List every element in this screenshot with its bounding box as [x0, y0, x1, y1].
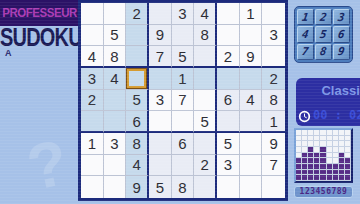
keypad-button-3[interactable]: 3: [333, 9, 350, 25]
cell-r1c1[interactable]: [81, 3, 104, 25]
cell-r7c9[interactable]: 9: [262, 133, 285, 155]
cell-r3c1[interactable]: 4: [81, 46, 104, 68]
cell-r9c1[interactable]: [81, 176, 104, 198]
cell-r6c3[interactable]: 6: [126, 111, 149, 133]
cell-r5c8[interactable]: 4: [240, 90, 263, 112]
cell-r2c8[interactable]: [240, 25, 263, 47]
digit-histogram: [294, 128, 353, 183]
cell-r6c6[interactable]: 5: [194, 111, 217, 133]
cell-r5c7[interactable]: 6: [217, 90, 240, 112]
cell-r2c2[interactable]: 5: [104, 25, 127, 47]
cell-r9c2[interactable]: [104, 176, 127, 198]
cell-r3c6[interactable]: [194, 46, 217, 68]
cell-r6c2[interactable]: [104, 111, 127, 133]
cell-r5c4[interactable]: 3: [149, 90, 172, 112]
cell-r7c8[interactable]: [240, 133, 263, 155]
cell-r2c1[interactable]: [81, 25, 104, 47]
cell-r6c5[interactable]: [172, 111, 195, 133]
keypad-digit: 2: [319, 11, 327, 24]
cell-r1c5[interactable]: 3: [172, 3, 195, 25]
cell-r2c4[interactable]: 9: [149, 25, 172, 47]
mode-label: Classic: [321, 83, 360, 98]
cell-r4c3[interactable]: [126, 68, 149, 90]
cell-r3c2[interactable]: 8: [104, 46, 127, 68]
cell-r9c9[interactable]: [262, 176, 285, 198]
cell-r3c7[interactable]: 2: [217, 46, 240, 68]
cell-r6c7[interactable]: [217, 111, 240, 133]
keypad-digit: 9: [337, 45, 345, 58]
cell-r9c6[interactable]: [194, 176, 217, 198]
keypad-digit: 8: [319, 45, 327, 58]
cell-r5c6[interactable]: [194, 90, 217, 112]
keypad-digit: 5: [319, 28, 327, 41]
cell-r9c4[interactable]: 5: [149, 176, 172, 198]
keypad-button-9[interactable]: 9: [333, 44, 350, 60]
cell-r1c9[interactable]: [262, 3, 285, 25]
keypad-button-1[interactable]: 1: [297, 9, 314, 25]
cell-r4c2[interactable]: 4: [104, 68, 127, 90]
cell-r1c3[interactable]: 2: [126, 3, 149, 25]
keypad-digit: 6: [337, 28, 345, 41]
cell-r8c4[interactable]: [149, 155, 172, 177]
keypad-digit: 4: [301, 28, 309, 41]
sudoku-grid: 2341598348752934122537648651138659423795…: [78, 0, 288, 201]
cell-r9c5[interactable]: 8: [172, 176, 195, 198]
cell-r5c9[interactable]: 8: [262, 90, 285, 112]
cell-r1c6[interactable]: 4: [194, 3, 217, 25]
cell-r7c2[interactable]: 3: [104, 133, 127, 155]
cell-r8c5[interactable]: [172, 155, 195, 177]
cell-r1c8[interactable]: 1: [240, 3, 263, 25]
digit-keypad: 123456789: [294, 6, 353, 63]
cell-r5c2[interactable]: [104, 90, 127, 112]
cell-r4c6[interactable]: [194, 68, 217, 90]
cell-r2c9[interactable]: 3: [262, 25, 285, 47]
cell-r7c3[interactable]: 8: [126, 133, 149, 155]
cell-r8c3[interactable]: 4: [126, 155, 149, 177]
keypad-button-7[interactable]: 7: [297, 44, 314, 60]
cell-r8c6[interactable]: 2: [194, 155, 217, 177]
cell-r4c1[interactable]: 3: [81, 68, 104, 90]
cell-r8c2[interactable]: [104, 155, 127, 177]
keypad-button-2[interactable]: 2: [315, 9, 332, 25]
logo-title-line1: PROFESSEUR: [2, 6, 77, 20]
cell-r3c8[interactable]: 9: [240, 46, 263, 68]
cell-r7c4[interactable]: [149, 133, 172, 155]
game-screen: { "game": "sudoku", "app_title": "Profes…: [0, 0, 360, 204]
digit-legend-text: 123456789: [300, 188, 348, 196]
cell-r2c6[interactable]: 8: [194, 25, 217, 47]
cell-r6c1[interactable]: [81, 111, 104, 133]
mode-panel: Classic 00 : 02: [296, 78, 360, 126]
cell-r7c7[interactable]: 5: [217, 133, 240, 155]
keypad-digit: 7: [301, 45, 309, 58]
keypad-button-8[interactable]: 8: [315, 44, 332, 60]
cell-r4c4[interactable]: [149, 68, 172, 90]
logo-subtitle: A: [5, 48, 12, 58]
cell-r5c1[interactable]: 2: [81, 90, 104, 112]
cell-r9c8[interactable]: [240, 176, 263, 198]
digit-legend: 123456789: [294, 186, 353, 198]
cell-r3c5[interactable]: 5: [172, 46, 195, 68]
cell-r1c2[interactable]: [104, 3, 127, 25]
cell-r8c9[interactable]: 7: [262, 155, 285, 177]
cell-r6c8[interactable]: [240, 111, 263, 133]
cell-r8c1[interactable]: [81, 155, 104, 177]
keypad-button-6[interactable]: 6: [333, 26, 350, 42]
cell-r3c4[interactable]: 7: [149, 46, 172, 68]
keypad-digit: 1: [301, 11, 309, 24]
cell-r7c1[interactable]: 1: [81, 133, 104, 155]
cell-r4c8[interactable]: [240, 68, 263, 90]
cell-r9c3[interactable]: 9: [126, 176, 149, 198]
cell-r7c6[interactable]: [194, 133, 217, 155]
question-mark-watermark: ?: [21, 125, 75, 204]
cell-r7c5[interactable]: 6: [172, 133, 195, 155]
cell-r9c7[interactable]: [217, 176, 240, 198]
cell-r2c5[interactable]: [172, 25, 195, 47]
cell-r4c9[interactable]: 2: [262, 68, 285, 90]
cell-r2c7[interactable]: [217, 25, 240, 47]
keypad-button-5[interactable]: 5: [315, 26, 332, 42]
cell-r4c5[interactable]: 1: [172, 68, 195, 90]
cell-r8c7[interactable]: 3: [217, 155, 240, 177]
cell-r5c5[interactable]: 7: [172, 90, 195, 112]
keypad-button-4[interactable]: 4: [297, 26, 314, 42]
cell-r3c3[interactable]: [126, 46, 149, 68]
keypad-digit: 3: [337, 11, 345, 24]
cell-r1c4[interactable]: [149, 3, 172, 25]
cell-r4c7[interactable]: [217, 68, 240, 90]
cell-r1c7[interactable]: [217, 3, 240, 25]
cell-r3c9[interactable]: [262, 46, 285, 68]
cell-r2c3[interactable]: [126, 25, 149, 47]
cell-r6c9[interactable]: 1: [262, 111, 285, 133]
clock-icon: [298, 110, 311, 123]
cell-r5c3[interactable]: 5: [126, 90, 149, 112]
histogram-cell: [345, 175, 351, 181]
timer-value: 00 : 02: [313, 108, 360, 122]
cell-r6c4[interactable]: [149, 111, 172, 133]
cell-r8c8[interactable]: [240, 155, 263, 177]
